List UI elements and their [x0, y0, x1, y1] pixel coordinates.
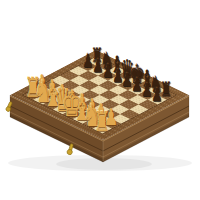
- chess-set-photo: ♜♞♝♛♚♝♞♜♟♟♟♟♟♟♟♟♟♟♟♟♟♟♟♟♜♞♝♛♚♝♞♜: [0, 0, 200, 200]
